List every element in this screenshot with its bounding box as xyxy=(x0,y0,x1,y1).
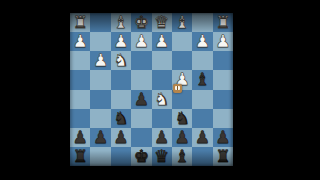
square-b2[interactable]: ♟ xyxy=(192,32,212,51)
square-d8[interactable]: ♛ xyxy=(152,147,172,166)
white-bishop-f1: ♝ xyxy=(113,14,128,31)
square-f2[interactable]: ♟ xyxy=(111,32,131,51)
square-d3[interactable] xyxy=(152,51,172,70)
black-pawn-f7: ♟ xyxy=(113,128,128,145)
square-a7[interactable]: ♟ xyxy=(213,128,233,147)
black-bishop-c8: ♝ xyxy=(174,147,189,164)
square-d6[interactable] xyxy=(152,109,172,128)
white-pawn-g3: ♟ xyxy=(93,52,108,69)
square-b3[interactable] xyxy=(192,51,212,70)
white-pawn-h2: ♟ xyxy=(73,33,88,50)
white-queen-d1: ♛ xyxy=(154,14,169,31)
black-rook-h8: ♜ xyxy=(73,147,88,164)
square-b6[interactable] xyxy=(192,109,212,128)
square-f1[interactable]: ♝ xyxy=(111,13,131,32)
black-rook-a8: ♜ xyxy=(215,147,230,164)
square-b4[interactable]: ♝ xyxy=(192,70,212,89)
black-pawn-a7: ♟ xyxy=(215,128,230,145)
open-book-icon xyxy=(175,86,180,90)
square-g4[interactable] xyxy=(90,70,110,89)
black-queen-d8: ♛ xyxy=(154,147,169,164)
black-knight-f6: ♞ xyxy=(113,109,128,126)
black-pawn-g7: ♟ xyxy=(93,128,108,145)
white-rook-h1: ♜ xyxy=(73,14,88,31)
square-h3[interactable] xyxy=(70,51,90,70)
square-g2[interactable] xyxy=(90,32,110,51)
square-f8[interactable] xyxy=(111,147,131,166)
white-knight-d5: ♞ xyxy=(154,90,169,107)
square-h6[interactable] xyxy=(70,109,90,128)
square-d4[interactable] xyxy=(152,70,172,89)
square-c2[interactable] xyxy=(172,32,192,51)
square-h4[interactable] xyxy=(70,70,90,89)
square-e6[interactable] xyxy=(131,109,151,128)
square-c1[interactable]: ♝ xyxy=(172,13,192,32)
white-pawn-f2: ♟ xyxy=(113,33,128,50)
square-e4[interactable] xyxy=(131,70,151,89)
square-a6[interactable] xyxy=(213,109,233,128)
square-h8[interactable]: ♜ xyxy=(70,147,90,166)
chess-board: ♜♝♚♛♝♜♟♟♟♟♟♟♟♞♟♝♟♞♞♞♟♟♟♟♟♟♟♜♚♛♝♜ xyxy=(70,13,233,166)
square-c7[interactable]: ♟ xyxy=(172,128,192,147)
square-c6[interactable]: ♞ xyxy=(172,109,192,128)
square-e5[interactable]: ♟ xyxy=(131,90,151,109)
square-b1[interactable] xyxy=(192,13,212,32)
square-b5[interactable] xyxy=(192,90,212,109)
square-g3[interactable]: ♟ xyxy=(90,51,110,70)
black-pawn-e5: ♟ xyxy=(134,90,149,107)
white-pawn-d2: ♟ xyxy=(154,33,169,50)
black-king-e8: ♚ xyxy=(134,147,149,164)
black-pawn-b7: ♟ xyxy=(195,128,210,145)
square-d7[interactable]: ♟ xyxy=(152,128,172,147)
white-rook-a1: ♜ xyxy=(215,14,230,31)
black-bishop-b4: ♝ xyxy=(195,71,210,88)
square-f5[interactable] xyxy=(111,90,131,109)
square-f6[interactable]: ♞ xyxy=(111,109,131,128)
square-g6[interactable] xyxy=(90,109,110,128)
square-a8[interactable]: ♜ xyxy=(213,147,233,166)
square-a2[interactable]: ♟ xyxy=(213,32,233,51)
square-e7[interactable] xyxy=(131,128,151,147)
white-king-e1: ♚ xyxy=(134,14,149,31)
square-b7[interactable]: ♟ xyxy=(192,128,212,147)
square-c8[interactable]: ♝ xyxy=(172,147,192,166)
square-e2[interactable]: ♟ xyxy=(131,32,151,51)
square-h7[interactable]: ♟ xyxy=(70,128,90,147)
square-b8[interactable] xyxy=(192,147,212,166)
square-a3[interactable] xyxy=(213,51,233,70)
white-pawn-e2: ♟ xyxy=(134,33,149,50)
square-d1[interactable]: ♛ xyxy=(152,13,172,32)
square-g7[interactable]: ♟ xyxy=(90,128,110,147)
black-pawn-c7: ♟ xyxy=(174,128,189,145)
white-bishop-c1: ♝ xyxy=(174,14,189,31)
square-g8[interactable] xyxy=(90,147,110,166)
white-knight-f3: ♞ xyxy=(113,52,128,69)
white-pawn-b2: ♟ xyxy=(195,33,210,50)
square-c3[interactable] xyxy=(172,51,192,70)
square-d5[interactable]: ♞ xyxy=(152,90,172,109)
square-f4[interactable] xyxy=(111,70,131,89)
black-pawn-d7: ♟ xyxy=(154,128,169,145)
square-a5[interactable] xyxy=(213,90,233,109)
video-frame: ♜♝♚♛♝♜♟♟♟♟♟♟♟♞♟♝♟♞♞♞♟♟♟♟♟♟♟♜♚♛♝♜ xyxy=(0,0,320,180)
white-pawn-a2: ♟ xyxy=(215,33,230,50)
square-f3[interactable]: ♞ xyxy=(111,51,131,70)
square-h2[interactable]: ♟ xyxy=(70,32,90,51)
square-a1[interactable]: ♜ xyxy=(213,13,233,32)
square-d2[interactable]: ♟ xyxy=(152,32,172,51)
square-a4[interactable] xyxy=(213,70,233,89)
black-pawn-h7: ♟ xyxy=(73,128,88,145)
square-e8[interactable]: ♚ xyxy=(131,147,151,166)
square-g1[interactable] xyxy=(90,13,110,32)
square-h5[interactable] xyxy=(70,90,90,109)
book-move-badge-icon xyxy=(173,84,182,93)
square-e1[interactable]: ♚ xyxy=(131,13,151,32)
square-e3[interactable] xyxy=(131,51,151,70)
black-knight-c6: ♞ xyxy=(174,109,189,126)
square-h1[interactable]: ♜ xyxy=(70,13,90,32)
square-f7[interactable]: ♟ xyxy=(111,128,131,147)
square-g5[interactable] xyxy=(90,90,110,109)
